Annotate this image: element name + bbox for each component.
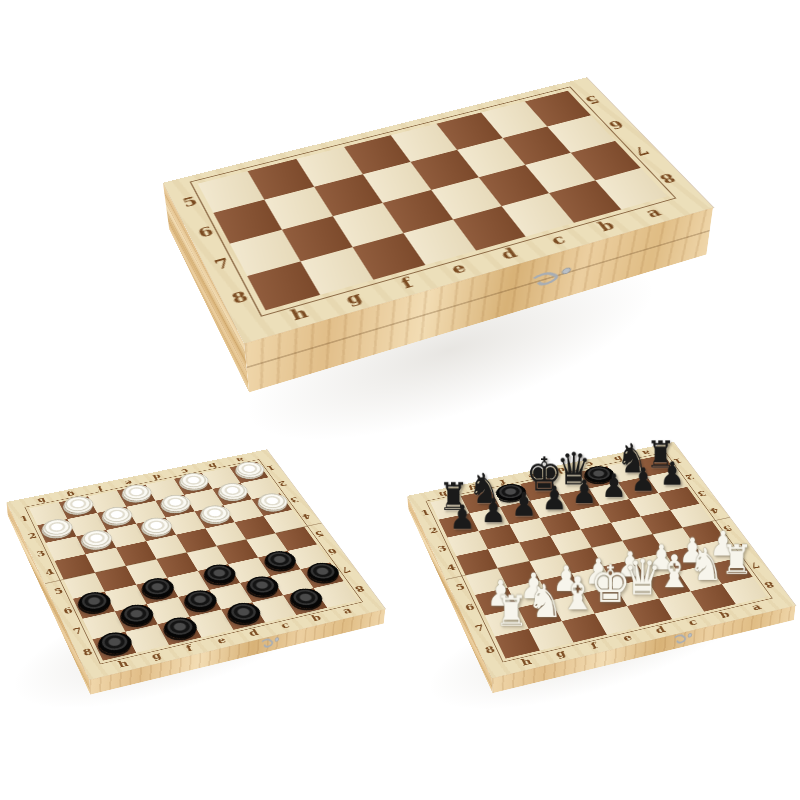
- square-d8: [627, 599, 672, 627]
- square-h6: [213, 200, 282, 244]
- square-g8: [125, 624, 169, 653]
- square-e5: [156, 553, 197, 578]
- square-f8: [562, 614, 607, 643]
- square-h7: [230, 230, 301, 276]
- label-rank-right-8: 8: [757, 577, 782, 592]
- square-f8: [353, 233, 426, 280]
- piece-white-rook: ♜: [493, 574, 529, 632]
- piece-white-knight: ♞: [689, 531, 723, 587]
- clasp-icon: [527, 261, 577, 293]
- square-d8: [453, 206, 526, 250]
- square-c8: [659, 591, 704, 619]
- square-h8: [247, 261, 320, 310]
- square-g8: [529, 621, 574, 650]
- piece-white-knight: ♞: [527, 566, 562, 624]
- square-e7: [383, 190, 453, 233]
- square-e8: [403, 219, 476, 265]
- label-rank-right-8: 8: [348, 581, 372, 595]
- square-a8: [722, 577, 767, 604]
- square-c8: [502, 193, 574, 236]
- square-g7: [282, 216, 353, 261]
- square-g5: [95, 566, 136, 592]
- square-b8: [691, 584, 736, 612]
- piece-white-king: ♚: [593, 552, 628, 609]
- piece-white-bishop: ♝: [657, 537, 691, 593]
- square-f7: [333, 203, 404, 247]
- square-e8: [595, 606, 640, 635]
- square-h8: [495, 629, 540, 659]
- square-h4: [55, 554, 95, 579]
- piece-white-rook: ♜: [720, 524, 754, 580]
- product-photo-canvas: 56785678hgfedcba 1234567812345678hgfedcb…: [0, 0, 800, 800]
- square-g8: [301, 247, 374, 295]
- piece-white-bishop: ♝: [560, 559, 595, 616]
- label-rank-right-6: 6: [321, 545, 344, 559]
